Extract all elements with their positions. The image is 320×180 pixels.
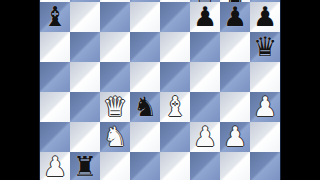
- square-d6[interactable]: [130, 32, 160, 62]
- square-e2[interactable]: [160, 152, 190, 180]
- square-d3[interactable]: [130, 122, 160, 152]
- square-e7[interactable]: [160, 2, 190, 32]
- square-a7[interactable]: ♝: [40, 2, 70, 32]
- square-g3[interactable]: ♟: [220, 122, 250, 152]
- letterbox-bar-right: [281, 0, 320, 180]
- square-d2[interactable]: [130, 152, 160, 180]
- piece-black-pawn-h7[interactable]: ♟: [250, 2, 280, 32]
- square-d4[interactable]: ♞: [130, 92, 160, 122]
- square-b3[interactable]: [70, 122, 100, 152]
- square-c6[interactable]: [100, 32, 130, 62]
- square-g4[interactable]: [220, 92, 250, 122]
- square-a6[interactable]: [40, 32, 70, 62]
- square-b2[interactable]: ♜: [70, 152, 100, 180]
- square-f5[interactable]: [190, 62, 220, 92]
- square-f4[interactable]: [190, 92, 220, 122]
- square-f2[interactable]: [190, 152, 220, 180]
- piece-black-pawn-f7[interactable]: ♟: [190, 2, 220, 32]
- square-d7[interactable]: [130, 2, 160, 32]
- square-h6[interactable]: ♛: [250, 32, 280, 62]
- piece-black-knight-d4[interactable]: ♞: [130, 92, 160, 122]
- chess-board[interactable]: ♜♚♝♟♟♟♛♛♞♝♟♞♟♟♟♜: [39, 0, 281, 180]
- piece-black-rook-b2[interactable]: ♜: [70, 152, 100, 180]
- square-e4[interactable]: ♝: [160, 92, 190, 122]
- piece-white-pawn-g3[interactable]: ♟: [220, 122, 250, 152]
- square-c3[interactable]: ♞: [100, 122, 130, 152]
- square-g6[interactable]: [220, 32, 250, 62]
- square-h4[interactable]: ♟: [250, 92, 280, 122]
- square-c4[interactable]: ♛: [100, 92, 130, 122]
- piece-white-pawn-f3[interactable]: ♟: [190, 122, 220, 152]
- letterbox-bar-left: [0, 0, 39, 180]
- square-c2[interactable]: [100, 152, 130, 180]
- piece-black-pawn-g7[interactable]: ♟: [220, 2, 250, 32]
- piece-white-pawn-a2[interactable]: ♟: [40, 152, 70, 180]
- square-g2[interactable]: [220, 152, 250, 180]
- piece-white-bishop-e4[interactable]: ♝: [160, 92, 190, 122]
- square-f6[interactable]: [190, 32, 220, 62]
- square-g5[interactable]: [220, 62, 250, 92]
- square-a3[interactable]: [40, 122, 70, 152]
- square-h7[interactable]: ♟: [250, 2, 280, 32]
- square-f3[interactable]: ♟: [190, 122, 220, 152]
- piece-black-bishop-a7[interactable]: ♝: [40, 2, 70, 32]
- square-g7[interactable]: ♟: [220, 2, 250, 32]
- video-frame: ♜♚♝♟♟♟♛♛♞♝♟♞♟♟♟♜: [0, 0, 320, 180]
- square-h5[interactable]: [250, 62, 280, 92]
- square-e6[interactable]: [160, 32, 190, 62]
- square-e3[interactable]: [160, 122, 190, 152]
- square-f7[interactable]: ♟: [190, 2, 220, 32]
- square-c7[interactable]: [100, 2, 130, 32]
- square-c5[interactable]: [100, 62, 130, 92]
- square-b4[interactable]: [70, 92, 100, 122]
- square-d5[interactable]: [130, 62, 160, 92]
- piece-white-queen-c4[interactable]: ♛: [100, 92, 130, 122]
- square-b5[interactable]: [70, 62, 100, 92]
- piece-black-queen-h6[interactable]: ♛: [250, 32, 280, 62]
- square-b6[interactable]: [70, 32, 100, 62]
- square-h2[interactable]: [250, 152, 280, 180]
- square-e5[interactable]: [160, 62, 190, 92]
- square-a4[interactable]: [40, 92, 70, 122]
- square-a5[interactable]: [40, 62, 70, 92]
- square-b7[interactable]: [70, 2, 100, 32]
- square-a2[interactable]: ♟: [40, 152, 70, 180]
- piece-white-pawn-h4[interactable]: ♟: [250, 92, 280, 122]
- square-h3[interactable]: [250, 122, 280, 152]
- piece-white-knight-c3[interactable]: ♞: [100, 122, 130, 152]
